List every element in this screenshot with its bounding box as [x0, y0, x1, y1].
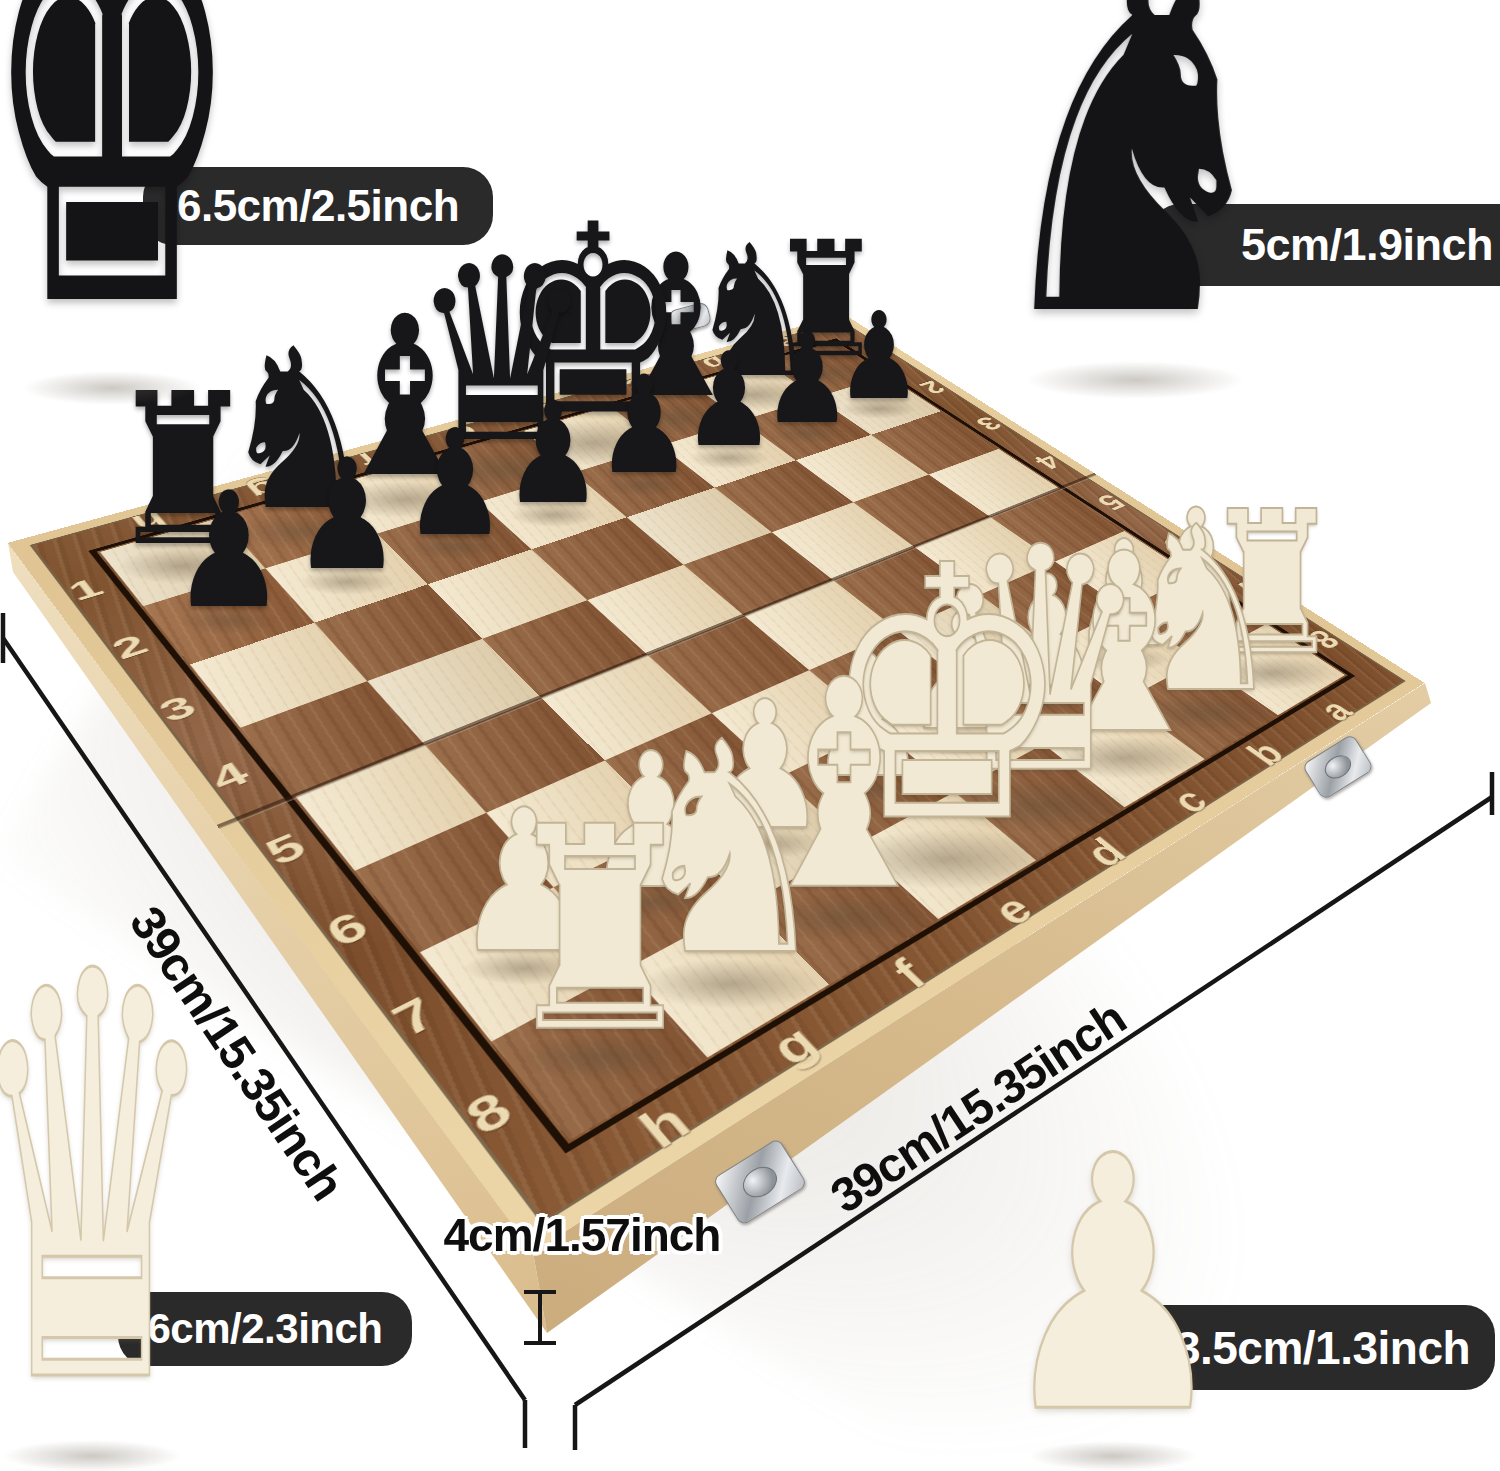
callout-layer: 6.5cm/2.5inch 5cm/1.9inch 6cm/2.3inch 3.…	[0, 0, 1500, 1471]
white-queen-product-photo: ♛	[92, 1461, 594, 1471]
white-pawn-icon: ♟	[995, 1111, 1230, 1461]
black-knight-icon: ♞	[978, 0, 1288, 383]
black-king-icon: ♚	[0, 0, 241, 392]
white-pawn-product-photo: ♟	[1113, 1461, 1427, 1471]
white-queen-icon: ♛	[0, 901, 218, 1461]
black-knight-product-photo: ♞	[1133, 383, 1500, 863]
product-photo-canvas: 1122334455667788hhggffeeddccbbaa ♜♞♝♚♛♝♞…	[0, 0, 1500, 1471]
